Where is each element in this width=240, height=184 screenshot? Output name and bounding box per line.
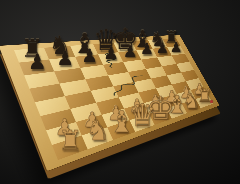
piece-white-rook-a1: ♜ (58, 127, 82, 154)
piece-white-pawn-c2: ♟ (107, 103, 124, 123)
red-sticker (210, 100, 213, 103)
piece-white-knight-g1: ♞ (182, 91, 200, 111)
photo-scene: ♜♞♝♛♚♝♞♜♟♟♟♟♟♟♟♟♟♟♟♟♟♟♟♟♜♞♝♛♚♝♞♜ (0, 0, 240, 184)
piece-white-queen-d1: ♛ (128, 100, 156, 131)
piece-white-pawn-f2: ♟ (164, 89, 179, 105)
pieces-layer: ♜♞♝♛♚♝♞♜♟♟♟♟♟♟♟♟♟♟♟♟♟♟♟♟♜♞♝♛♚♝♞♜ (0, 0, 240, 184)
piece-white-pawn-h2: ♟ (193, 82, 206, 97)
piece-black-king-e8: ♚ (112, 25, 138, 54)
piece-white-bishop-f1: ♝ (166, 93, 188, 118)
piece-white-pawn-a2: ♟ (54, 116, 74, 139)
piece-black-knight-b8: ♞ (49, 33, 72, 59)
piece-black-pawn-g7: ♟ (156, 41, 169, 56)
piece-black-pawn-b7: ♟ (56, 49, 74, 69)
piece-black-pawn-a7: ♟ (28, 51, 47, 72)
piece-black-pawn-c7: ♟ (81, 47, 98, 66)
piece-white-pawn-b2: ♟ (83, 109, 102, 130)
piece-black-rook-a8: ♜ (21, 36, 43, 61)
piece-black-knight-g8: ♞ (149, 29, 166, 48)
piece-black-queen-d8: ♛ (93, 27, 119, 56)
piece-black-pawn-d7: ♟ (103, 45, 119, 62)
piece-black-rook-h8: ♜ (164, 30, 179, 47)
piece-black-bishop-c8: ♝ (72, 30, 97, 57)
piece-white-pawn-d2: ♟ (129, 98, 145, 116)
piece-white-king-e1: ♚ (147, 93, 175, 125)
piece-white-pawn-g2: ♟ (179, 85, 193, 100)
piece-white-bishop-c1: ♝ (108, 108, 135, 138)
piece-white-knight-b1: ♞ (85, 117, 110, 145)
piece-black-pawn-h7: ♟ (170, 40, 183, 54)
piece-white-pawn-e2: ♟ (148, 93, 163, 110)
piece-black-bishop-f8: ♝ (132, 28, 153, 51)
piece-white-rook-h1: ♜ (197, 88, 213, 106)
piece-black-pawn-e7: ♟ (123, 44, 138, 60)
piece-black-pawn-f7: ♟ (140, 42, 154, 58)
